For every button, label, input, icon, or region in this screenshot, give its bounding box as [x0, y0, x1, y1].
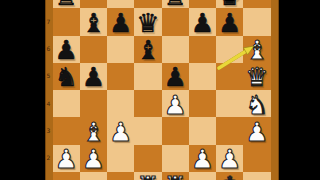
square-h1[interactable] — [243, 172, 270, 180]
piece-black-pawn-g7[interactable]: ♟ — [218, 10, 241, 36]
piece-white-pawn-h3[interactable]: ♟ — [245, 119, 268, 145]
square-a8[interactable]: ♜ — [53, 0, 80, 8]
piece-black-pawn-b5[interactable]: ♟ — [82, 64, 105, 90]
square-a6[interactable]: ♟ — [53, 36, 80, 63]
square-c4[interactable] — [107, 90, 134, 117]
square-c6[interactable] — [107, 36, 134, 63]
square-b7[interactable]: ♝ — [80, 8, 107, 35]
piece-white-pawn-c3[interactable]: ♟ — [109, 119, 132, 145]
square-b2[interactable]: ♟ — [80, 145, 107, 172]
rank-label-3: 3 — [45, 128, 53, 134]
piece-white-pawn-e4[interactable]: ♟ — [163, 92, 186, 118]
piece-white-knight-h4[interactable]: ♞ — [245, 92, 268, 118]
square-g7[interactable]: ♟ — [216, 8, 243, 35]
video-frame: ♜♜♚♝♟♛♟♟♟♝♝♞♟♟♛♟♞♝♟♟♟♟♟♟♜♜♚ 87654321 — [0, 0, 320, 180]
square-h7[interactable] — [243, 8, 270, 35]
square-d3[interactable] — [134, 117, 161, 144]
square-d7[interactable]: ♛ — [134, 8, 161, 35]
square-e5[interactable]: ♟ — [162, 63, 189, 90]
piece-black-bishop-b7[interactable]: ♝ — [82, 10, 105, 36]
square-d5[interactable] — [134, 63, 161, 90]
piece-white-bishop-h6[interactable]: ♝ — [245, 37, 268, 63]
square-a4[interactable] — [53, 90, 80, 117]
square-e1[interactable]: ♜ — [162, 172, 189, 180]
square-e3[interactable] — [162, 117, 189, 144]
piece-white-pawn-b2[interactable]: ♟ — [82, 146, 105, 172]
piece-black-pawn-e5[interactable]: ♟ — [163, 64, 186, 90]
piece-black-bishop-d6[interactable]: ♝ — [136, 37, 159, 63]
square-h2[interactable] — [243, 145, 270, 172]
square-f2[interactable]: ♟ — [189, 145, 216, 172]
piece-white-queen-h5[interactable]: ♛ — [245, 64, 268, 90]
square-g6[interactable] — [216, 36, 243, 63]
square-c7[interactable]: ♟ — [107, 8, 134, 35]
square-e7[interactable] — [162, 8, 189, 35]
square-f7[interactable]: ♟ — [189, 8, 216, 35]
square-c3[interactable]: ♟ — [107, 117, 134, 144]
square-g1[interactable]: ♚ — [216, 172, 243, 180]
piece-black-knight-a5[interactable]: ♞ — [54, 64, 77, 90]
square-h5[interactable]: ♛ — [243, 63, 270, 90]
square-c2[interactable] — [107, 145, 134, 172]
square-f1[interactable] — [189, 172, 216, 180]
chess-board[interactable]: ♜♜♚♝♟♛♟♟♟♝♝♞♟♟♛♟♞♝♟♟♟♟♟♟♜♜♚ — [53, 0, 271, 180]
square-d6[interactable]: ♝ — [134, 36, 161, 63]
rank-label-7: 7 — [45, 19, 53, 25]
square-f5[interactable] — [189, 63, 216, 90]
square-b4[interactable] — [80, 90, 107, 117]
square-g4[interactable] — [216, 90, 243, 117]
square-g2[interactable]: ♟ — [216, 145, 243, 172]
square-c1[interactable] — [107, 172, 134, 180]
square-b6[interactable] — [80, 36, 107, 63]
piece-black-pawn-f7[interactable]: ♟ — [191, 10, 214, 36]
piece-black-pawn-a6[interactable]: ♟ — [54, 37, 77, 63]
square-a3[interactable] — [53, 117, 80, 144]
square-c5[interactable] — [107, 63, 134, 90]
square-g3[interactable] — [216, 117, 243, 144]
piece-white-bishop-b3[interactable]: ♝ — [82, 119, 105, 145]
square-a2[interactable]: ♟ — [53, 145, 80, 172]
piece-white-king-g1[interactable]: ♚ — [218, 173, 241, 180]
square-e6[interactable] — [162, 36, 189, 63]
piece-white-pawn-g2[interactable]: ♟ — [218, 146, 241, 172]
square-f3[interactable] — [189, 117, 216, 144]
chess-board-frame: ♜♜♚♝♟♛♟♟♟♝♝♞♟♟♛♟♞♝♟♟♟♟♟♟♜♜♚ 87654321 — [45, 0, 279, 180]
square-h6[interactable]: ♝ — [243, 36, 270, 63]
square-e2[interactable] — [162, 145, 189, 172]
square-f4[interactable] — [189, 90, 216, 117]
rank-label-6: 6 — [45, 46, 53, 52]
rank-label-5: 5 — [45, 73, 53, 79]
square-d1[interactable]: ♜ — [134, 172, 161, 180]
square-b5[interactable]: ♟ — [80, 63, 107, 90]
piece-white-pawn-a2[interactable]: ♟ — [54, 146, 77, 172]
square-g5[interactable] — [216, 63, 243, 90]
square-f6[interactable] — [189, 36, 216, 63]
square-a1[interactable] — [53, 172, 80, 180]
square-h8[interactable] — [243, 0, 270, 8]
square-b1[interactable] — [80, 172, 107, 180]
square-e8[interactable]: ♜ — [162, 0, 189, 8]
piece-white-rook-e1[interactable]: ♜ — [163, 173, 186, 180]
rank-label-4: 4 — [45, 101, 53, 107]
piece-white-pawn-f2[interactable]: ♟ — [191, 146, 214, 172]
piece-black-queen-d7[interactable]: ♛ — [136, 10, 159, 36]
piece-black-pawn-c7[interactable]: ♟ — [109, 10, 132, 36]
square-a7[interactable] — [53, 8, 80, 35]
square-d4[interactable] — [134, 90, 161, 117]
square-b3[interactable]: ♝ — [80, 117, 107, 144]
square-d2[interactable] — [134, 145, 161, 172]
square-h4[interactable]: ♞ — [243, 90, 270, 117]
square-h3[interactable]: ♟ — [243, 117, 270, 144]
piece-white-rook-d1[interactable]: ♜ — [136, 173, 159, 180]
square-a5[interactable]: ♞ — [53, 63, 80, 90]
square-e4[interactable]: ♟ — [162, 90, 189, 117]
rank-label-2: 2 — [45, 155, 53, 161]
